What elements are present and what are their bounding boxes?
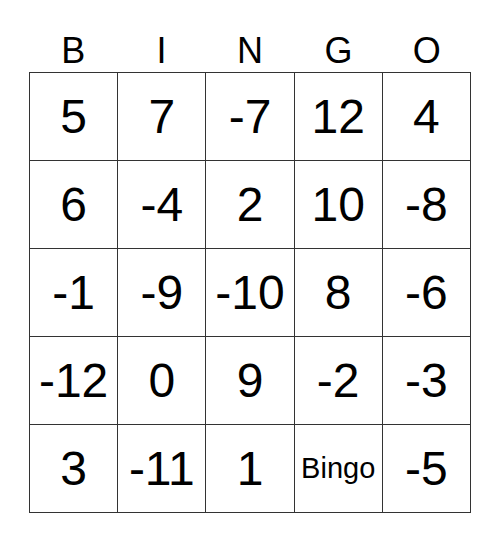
cell-r2c2[interactable]: -4 <box>118 161 206 249</box>
cell-r4c2[interactable]: 0 <box>118 337 206 425</box>
header-letter-g: G <box>294 0 382 72</box>
bingo-board: 5 7 -7 12 4 6 -4 2 10 -8 -1 -9 -10 8 -6 … <box>29 72 471 513</box>
cell-r1c5[interactable]: 4 <box>383 73 471 161</box>
header-letter-o: O <box>383 0 471 72</box>
cell-r1c3[interactable]: -7 <box>206 73 294 161</box>
cell-r3c4[interactable]: 8 <box>295 249 383 337</box>
cell-r2c1[interactable]: 6 <box>30 161 118 249</box>
cell-r2c4[interactable]: 10 <box>295 161 383 249</box>
cell-r1c4[interactable]: 12 <box>295 73 383 161</box>
cell-r2c5[interactable]: -8 <box>383 161 471 249</box>
cell-r3c2[interactable]: -9 <box>118 249 206 337</box>
cell-r4c4[interactable]: -2 <box>295 337 383 425</box>
header-letter-b: B <box>29 0 117 72</box>
cell-r1c2[interactable]: 7 <box>118 73 206 161</box>
header-letter-i: I <box>117 0 205 72</box>
cell-r3c1[interactable]: -1 <box>30 249 118 337</box>
bingo-header-row: B I N G O <box>29 0 471 72</box>
cell-r5c5[interactable]: -5 <box>383 425 471 513</box>
cell-r5c3[interactable]: 1 <box>206 425 294 513</box>
cell-r5c4-free-space[interactable]: Bingo <box>295 425 383 513</box>
cell-r1c1[interactable]: 5 <box>30 73 118 161</box>
cell-r4c1[interactable]: -12 <box>30 337 118 425</box>
cell-r5c1[interactable]: 3 <box>30 425 118 513</box>
cell-r3c5[interactable]: -6 <box>383 249 471 337</box>
cell-r4c3[interactable]: 9 <box>206 337 294 425</box>
cell-r4c5[interactable]: -3 <box>383 337 471 425</box>
cell-r2c3[interactable]: 2 <box>206 161 294 249</box>
cell-r5c2[interactable]: -11 <box>118 425 206 513</box>
header-letter-n: N <box>206 0 294 72</box>
cell-r3c3[interactable]: -10 <box>206 249 294 337</box>
bingo-card: B I N G O 5 7 -7 12 4 6 -4 2 10 -8 -1 -9… <box>0 0 500 544</box>
